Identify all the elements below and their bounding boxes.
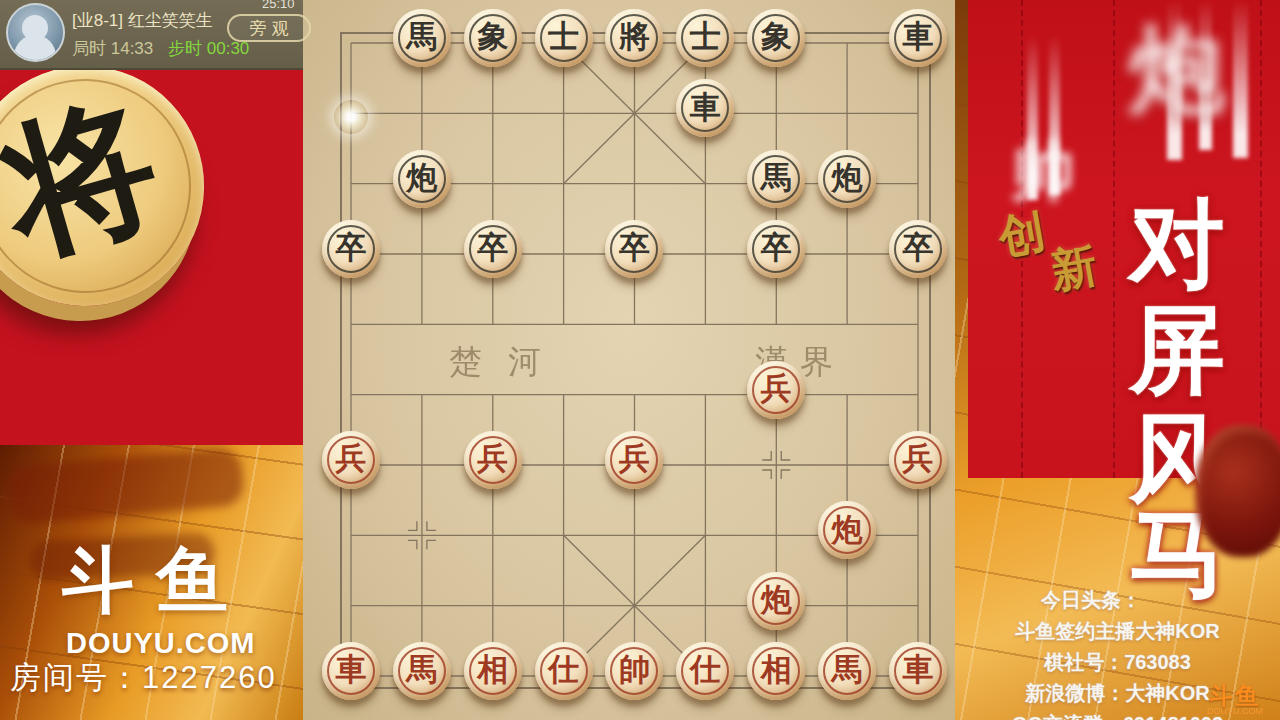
piece-black[interactable]: 象	[747, 9, 805, 67]
game-time: 局时 14:33	[72, 39, 153, 58]
blurred-piece-photo	[1195, 425, 1280, 557]
piece-black[interactable]: 馬	[747, 150, 805, 208]
piece-red[interactable]: 馬	[393, 642, 451, 700]
xiangqi-board[interactable]: 楚河 漢界 馬象士將士象車車炮馬炮卒卒卒卒卒兵兵兵兵兵炮炮車馬相仕帥仕相馬車	[303, 0, 955, 720]
jiang-character: 将	[0, 33, 229, 329]
player-info-bar: [业8-1] 红尘笑笑生 局时 14:33 步时 00:30 25:10 旁观	[0, 0, 303, 70]
dashed-line	[1260, 0, 1262, 478]
piece-red[interactable]: 車	[889, 642, 947, 700]
left-panel: 将 斗鱼 DOUYU.COM 房间号：1227260	[0, 0, 303, 720]
piece-black[interactable]: 士	[676, 9, 734, 67]
piece-black[interactable]: 車	[889, 9, 947, 67]
piece-red[interactable]: 兵	[747, 361, 805, 419]
stream-clock: 25:10	[262, 0, 295, 11]
room-label: 房间号：	[10, 660, 142, 695]
piece-black[interactable]: 卒	[747, 220, 805, 278]
player-timers: 局时 14:33 步时 00:30	[72, 37, 249, 60]
pieces-layer: 馬象士將士象車車炮馬炮卒卒卒卒卒兵兵兵兵兵炮炮車馬相仕帥仕相馬車	[316, 8, 954, 711]
douyu-logo: 斗鱼	[62, 533, 250, 629]
piece-black[interactable]: 象	[464, 9, 522, 67]
piece-red[interactable]: 相	[747, 642, 805, 700]
piece-black[interactable]: 將	[605, 9, 663, 67]
piece-red[interactable]: 兵	[889, 431, 947, 489]
carved-shape	[6, 447, 245, 525]
promo-panel: 帅 创 新 炮 对 屏 风 马 今日头条： 斗鱼签约主播大神KOR 棋社号：76…	[955, 0, 1280, 720]
stream-screen: 将 斗鱼 DOUYU.COM 房间号：1227260 [业8-1] 红尘笑笑生 …	[0, 0, 1280, 720]
piece-red[interactable]: 兵	[605, 431, 663, 489]
piece-red[interactable]: 炮	[818, 501, 876, 559]
piece-black[interactable]: 士	[535, 9, 593, 67]
player-name: [业8-1] 红尘笑笑生	[72, 9, 213, 32]
spectate-button[interactable]: 旁观	[227, 14, 311, 42]
piece-red[interactable]: 帥	[605, 642, 663, 700]
room-number: 房间号：1227260	[10, 657, 277, 699]
blurred-shuai-character: 帅	[1011, 128, 1075, 215]
piece-red[interactable]: 兵	[322, 431, 380, 489]
piece-red[interactable]: 炮	[747, 572, 805, 630]
piece-black[interactable]: 卒	[322, 220, 380, 278]
piece-red[interactable]: 馬	[818, 642, 876, 700]
piece-red[interactable]: 仕	[535, 642, 593, 700]
piece-black[interactable]: 車	[676, 79, 734, 137]
piece-black[interactable]: 卒	[605, 220, 663, 278]
title-char-blurred: 炮	[1113, 22, 1241, 118]
left-photo-strip: 斗鱼 DOUYU.COM 房间号：1227260	[0, 445, 303, 720]
jiang-piece-photo: 将	[0, 47, 223, 325]
room-value: 1227260	[142, 660, 277, 695]
piece-black[interactable]: 卒	[464, 220, 522, 278]
piece-red[interactable]: 車	[322, 642, 380, 700]
piece-black[interactable]: 炮	[818, 150, 876, 208]
move-time: 步时 00:30	[168, 39, 249, 58]
piece-black[interactable]: 馬	[393, 9, 451, 67]
piece-black[interactable]: 炮	[393, 150, 451, 208]
avatar[interactable]	[6, 3, 65, 62]
douyu-watermark-url: DOUYU.COM	[1207, 706, 1263, 716]
piece-black[interactable]: 卒	[889, 220, 947, 278]
piece-red[interactable]: 兵	[464, 431, 522, 489]
douyu-url: DOUYU.COM	[66, 627, 255, 660]
piece-red[interactable]: 相	[464, 642, 522, 700]
piece-red[interactable]: 仕	[676, 642, 734, 700]
